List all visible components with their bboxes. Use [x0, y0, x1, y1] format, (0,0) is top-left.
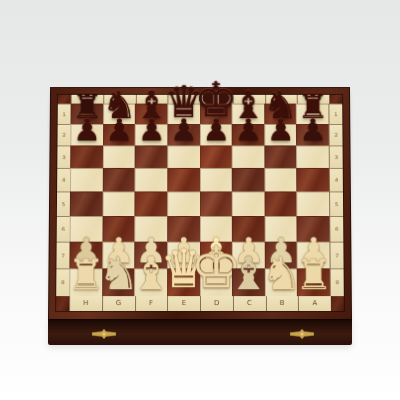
- rank-label-right-2: 2: [329, 124, 343, 145]
- rank-label-left-6: 6: [57, 216, 70, 242]
- border-corner: [329, 95, 342, 104]
- square-a4[interactable]: [297, 168, 330, 192]
- square-f2[interactable]: ♟: [135, 124, 167, 145]
- square-h5[interactable]: [70, 191, 103, 216]
- square-e3[interactable]: [167, 145, 199, 167]
- rank-label-left-3: 3: [57, 145, 70, 167]
- rank-label-right-6: 6: [329, 216, 343, 242]
- rank-label-left-2: 2: [57, 124, 70, 145]
- square-c4[interactable]: [232, 168, 264, 192]
- rank-label-left-1: 1: [58, 104, 71, 124]
- square-b5[interactable]: [264, 191, 297, 216]
- square-f5[interactable]: [135, 191, 167, 216]
- folding-box-front-edge: [48, 319, 352, 345]
- square-c8[interactable]: ♝: [232, 268, 265, 296]
- square-c2[interactable]: ♟: [232, 124, 264, 145]
- square-h4[interactable]: [70, 168, 103, 192]
- brass-hinge-left-icon: [92, 324, 116, 334]
- piece-dark-pawn[interactable]: ♟: [73, 115, 101, 145]
- rank-label-right-1: 1: [328, 104, 342, 124]
- piece-dark-pawn[interactable]: ♟: [106, 115, 134, 145]
- piece-dark-pawn[interactable]: ♟: [138, 115, 166, 145]
- square-b2[interactable]: ♟: [264, 124, 296, 145]
- square-a3[interactable]: [296, 145, 328, 167]
- square-b3[interactable]: [264, 145, 296, 167]
- square-g5[interactable]: [102, 191, 135, 216]
- piece-dark-pawn[interactable]: ♟: [235, 115, 263, 145]
- board-grid: HGFEDCBA1♜♞♝♛♚♝♞♜12♟♟♟♟♟♟♟♟2334455667♟♟♟…: [55, 94, 345, 312]
- border-corner: [58, 95, 71, 104]
- square-a8[interactable]: ♜: [297, 268, 330, 296]
- rank-label-right-4: 4: [329, 168, 343, 192]
- brass-hinge-right-icon: [290, 324, 314, 334]
- square-e2[interactable]: ♟: [167, 124, 199, 145]
- square-d3[interactable]: [200, 145, 232, 167]
- square-g3[interactable]: [103, 145, 135, 167]
- square-a2[interactable]: ♟: [296, 124, 328, 145]
- rank-label-left-5: 5: [57, 191, 70, 216]
- square-h3[interactable]: [70, 145, 102, 167]
- piece-light-rook[interactable]: ♜: [295, 254, 333, 296]
- square-e5[interactable]: [167, 191, 199, 216]
- piece-dark-pawn[interactable]: ♟: [170, 115, 198, 145]
- square-g4[interactable]: [102, 168, 134, 192]
- square-d5[interactable]: [200, 191, 232, 216]
- rank-label-left-4: 4: [57, 168, 70, 192]
- square-d2[interactable]: ♟: [200, 124, 232, 145]
- piece-dark-pawn[interactable]: ♟: [267, 115, 295, 145]
- square-d8[interactable]: ♚: [200, 268, 233, 296]
- square-c5[interactable]: [232, 191, 264, 216]
- square-e4[interactable]: [167, 168, 199, 192]
- square-c3[interactable]: [232, 145, 264, 167]
- rank-label-right-5: 5: [329, 191, 343, 216]
- board-perspective-wrapper: HGFEDCBA1♜♞♝♛♚♝♞♜12♟♟♟♟♟♟♟♟2334455667♟♟♟…: [49, 88, 353, 319]
- square-a5[interactable]: [297, 191, 330, 216]
- square-g8[interactable]: ♞: [102, 268, 135, 296]
- square-g2[interactable]: ♟: [103, 124, 135, 145]
- square-h2[interactable]: ♟: [70, 124, 102, 145]
- square-f3[interactable]: [135, 145, 167, 167]
- square-b8[interactable]: ♞: [265, 268, 298, 296]
- rank-label-right-3: 3: [329, 145, 343, 167]
- square-d4[interactable]: [200, 168, 232, 192]
- chess-set-scene: HGFEDCBA1♜♞♝♛♚♝♞♜12♟♟♟♟♟♟♟♟2334455667♟♟♟…: [49, 84, 353, 345]
- chess-board: HGFEDCBA1♜♞♝♛♚♝♞♜12♟♟♟♟♟♟♟♟2334455667♟♟♟…: [49, 88, 351, 319]
- piece-dark-pawn[interactable]: ♟: [299, 115, 327, 145]
- square-b4[interactable]: [264, 168, 296, 192]
- square-f4[interactable]: [135, 168, 167, 192]
- piece-dark-pawn[interactable]: ♟: [202, 115, 230, 145]
